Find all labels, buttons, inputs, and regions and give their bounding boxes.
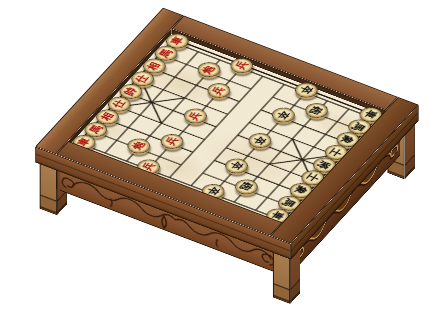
- piece-character: 兵: [187, 111, 203, 122]
- piece-character: 馬: [351, 122, 367, 133]
- piece-character: 兵: [233, 60, 249, 71]
- piece-character: 士: [304, 172, 320, 183]
- piece-character: 炮: [200, 64, 216, 75]
- xiangqi-table-scene: 車馬相仕帥仕相馬車炮炮兵兵兵兵兵卒卒卒卒卒砲砲車馬象士將士象馬車: [0, 0, 429, 334]
- piece-character: 仕: [134, 73, 150, 84]
- piece-character: 馬: [157, 48, 173, 59]
- piece-character: 車: [362, 109, 378, 120]
- piece-character: 相: [99, 111, 115, 122]
- piece-character: 馬: [87, 124, 103, 135]
- piece-character: 兵: [164, 136, 180, 147]
- piece-character: 炮: [130, 140, 146, 151]
- table-leg-left-front-face: [40, 163, 57, 216]
- table-leg-front-front-face: [273, 251, 290, 304]
- piece-character: 卒: [228, 160, 244, 171]
- piece-character: 仕: [111, 99, 127, 110]
- piece-character: 兵: [210, 85, 226, 96]
- piece-character: 車: [169, 35, 185, 46]
- piece-character: 士: [328, 147, 344, 158]
- piece-character: 相: [146, 61, 162, 72]
- piece-character: 卒: [298, 84, 314, 95]
- piece-character: 將: [316, 160, 332, 171]
- piece-character: 帥: [122, 86, 138, 97]
- piece-character: 砲: [238, 181, 254, 192]
- piece-character: 砲: [308, 105, 324, 116]
- piece-character: 卒: [251, 135, 267, 146]
- piece-character: 卒: [275, 110, 291, 121]
- piece-character: 馬: [281, 198, 297, 209]
- piece-character: 象: [293, 185, 309, 196]
- piece-character: 象: [339, 134, 355, 145]
